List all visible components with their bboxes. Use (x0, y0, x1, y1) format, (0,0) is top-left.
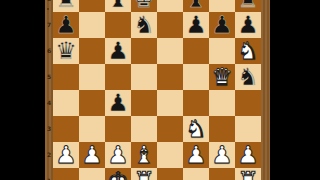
square-e5[interactable] (157, 64, 183, 90)
square-b8[interactable] (79, 0, 105, 12)
square-f7[interactable]: ♟ (183, 12, 209, 38)
black-pawn[interactable]: ♟ (107, 38, 129, 64)
square-c4[interactable]: ♟ (105, 90, 131, 116)
white-bishop[interactable]: ♝ (133, 142, 155, 168)
black-pawn[interactable]: ♟ (237, 12, 259, 38)
square-g3[interactable] (209, 116, 235, 142)
black-pawn[interactable]: ♟ (55, 12, 77, 38)
square-h1[interactable]: ♜ (235, 168, 261, 180)
rank-label-2: 2 (45, 151, 53, 159)
square-e2[interactable] (157, 142, 183, 168)
black-pawn[interactable]: ♟ (211, 12, 233, 38)
white-queen[interactable]: ♛ (211, 64, 233, 90)
square-g1[interactable] (209, 168, 235, 180)
square-b7[interactable] (79, 12, 105, 38)
square-d7[interactable]: ♞ (131, 12, 157, 38)
square-c3[interactable] (105, 116, 131, 142)
square-h2[interactable]: ♟ (235, 142, 261, 168)
rank-label-6: 6 (45, 47, 53, 55)
white-rook[interactable]: ♜ (133, 168, 155, 180)
square-h5[interactable]: ♞ (235, 64, 261, 90)
white-pawn[interactable]: ♟ (81, 142, 103, 168)
square-b5[interactable] (79, 64, 105, 90)
black-bishop[interactable]: ♝ (107, 0, 129, 12)
square-b3[interactable] (79, 116, 105, 142)
square-e6[interactable] (157, 38, 183, 64)
square-f4[interactable] (183, 90, 209, 116)
square-a3[interactable] (53, 116, 79, 142)
square-e8[interactable] (157, 0, 183, 12)
screenshot-root: { "game": "chess", "position": { "fen": … (0, 0, 320, 180)
square-c1[interactable]: ♚ (105, 168, 131, 180)
white-knight[interactable]: ♞ (185, 116, 207, 142)
square-g6[interactable] (209, 38, 235, 64)
square-d5[interactable] (131, 64, 157, 90)
white-pawn[interactable]: ♟ (107, 142, 129, 168)
square-c5[interactable] (105, 64, 131, 90)
square-c6[interactable]: ♟ (105, 38, 131, 64)
square-a6[interactable]: ♛ (53, 38, 79, 64)
square-d1[interactable]: ♜ (131, 168, 157, 180)
square-h4[interactable] (235, 90, 261, 116)
square-c2[interactable]: ♟ (105, 142, 131, 168)
square-e3[interactable] (157, 116, 183, 142)
black-pawn[interactable]: ♟ (107, 90, 129, 116)
rank-label-4: 4 (45, 99, 53, 107)
white-king[interactable]: ♚ (107, 168, 129, 180)
square-f2[interactable]: ♟ (183, 142, 209, 168)
black-knight[interactable]: ♞ (133, 12, 155, 38)
square-b6[interactable] (79, 38, 105, 64)
square-e4[interactable] (157, 90, 183, 116)
square-f1[interactable] (183, 168, 209, 180)
square-d2[interactable]: ♝ (131, 142, 157, 168)
square-a7[interactable]: ♟ (53, 12, 79, 38)
white-pawn[interactable]: ♟ (211, 142, 233, 168)
square-g2[interactable]: ♟ (209, 142, 235, 168)
black-pawn[interactable]: ♟ (185, 12, 207, 38)
square-b4[interactable] (79, 90, 105, 116)
square-e7[interactable] (157, 12, 183, 38)
rank-label-8: 8 (45, 0, 53, 3)
white-knight[interactable]: ♞ (237, 38, 259, 64)
board: ♜♝♚♝♜♟♞♟♟♟♛♟♞♛♞♟♞♟♟♟♝♟♟♟♚♜♜ (53, 0, 261, 180)
rank-label-5: 5 (45, 73, 53, 81)
square-e1[interactable] (157, 168, 183, 180)
black-queen[interactable]: ♛ (55, 38, 77, 64)
square-c8[interactable]: ♝ (105, 0, 131, 12)
square-g5[interactable]: ♛ (209, 64, 235, 90)
square-b2[interactable]: ♟ (79, 142, 105, 168)
square-f6[interactable] (183, 38, 209, 64)
white-rook[interactable]: ♜ (237, 168, 259, 180)
rank-label-3: 3 (45, 125, 53, 133)
square-g7[interactable]: ♟ (209, 12, 235, 38)
square-a1[interactable] (53, 168, 79, 180)
square-h6[interactable]: ♞ (235, 38, 261, 64)
square-a4[interactable] (53, 90, 79, 116)
white-pawn[interactable]: ♟ (55, 142, 77, 168)
black-knight[interactable]: ♞ (237, 64, 259, 90)
square-d6[interactable] (131, 38, 157, 64)
square-b1[interactable] (79, 168, 105, 180)
square-f3[interactable]: ♞ (183, 116, 209, 142)
square-f5[interactable] (183, 64, 209, 90)
white-pawn[interactable]: ♟ (237, 142, 259, 168)
rank-label-7: 7 (45, 21, 53, 29)
square-c7[interactable] (105, 12, 131, 38)
square-a2[interactable]: ♟ (53, 142, 79, 168)
square-a5[interactable] (53, 64, 79, 90)
white-pawn[interactable]: ♟ (185, 142, 207, 168)
square-d3[interactable] (131, 116, 157, 142)
square-g4[interactable] (209, 90, 235, 116)
square-d4[interactable] (131, 90, 157, 116)
square-h7[interactable]: ♟ (235, 12, 261, 38)
rank-label-1: 1 (45, 177, 53, 180)
square-h3[interactable] (235, 116, 261, 142)
